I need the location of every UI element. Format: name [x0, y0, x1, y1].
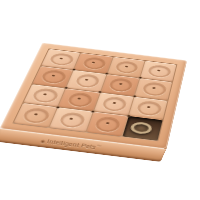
open-compartment	[122, 116, 162, 141]
product-photo: ◉Intelligent Pets™	[0, 0, 200, 200]
peg-hole	[91, 110, 95, 112]
tile-r4c3[interactable]	[86, 112, 127, 136]
perspective-wrapper: ◉Intelligent Pets™	[0, 12, 200, 172]
tile-r3c4[interactable]	[129, 97, 168, 120]
peg-hole	[126, 115, 130, 117]
peg-hole	[56, 106, 60, 108]
puzzle-board: ◉Intelligent Pets™	[0, 12, 200, 172]
tile-r4c2[interactable]	[50, 108, 93, 132]
board-3d: ◉Intelligent Pets™	[0, 43, 187, 149]
treat-cup	[129, 121, 153, 135]
brand-name: Intelligent Pets	[46, 138, 97, 149]
tile-grid	[14, 49, 177, 141]
trademark-symbol: ™	[96, 143, 102, 147]
peg-hole	[132, 95, 136, 97]
tile-r3c1[interactable]	[23, 84, 65, 107]
tile-r4c1[interactable]	[14, 103, 58, 127]
tile-r3c2[interactable]	[58, 88, 99, 111]
peg-hole	[64, 87, 68, 89]
board-tray	[12, 48, 177, 141]
peg-hole	[98, 91, 102, 93]
tile-r3c3[interactable]	[94, 92, 134, 115]
